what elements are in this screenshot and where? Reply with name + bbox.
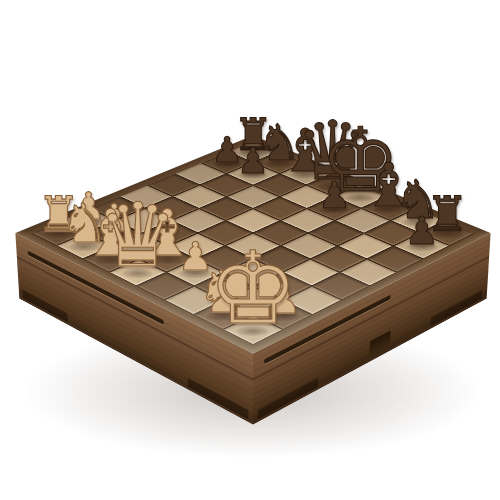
chess-set-photo: ♜♞♝♛♚♝♞♜♟♟♟♟♜♞♝♛♞♚♟♟♝♟♟ xyxy=(0,0,500,500)
square-e1[interactable] xyxy=(138,273,193,299)
square-g4[interactable] xyxy=(283,260,338,286)
square-f4[interactable] xyxy=(254,246,308,271)
square-d3[interactable] xyxy=(170,234,223,259)
square-h7[interactable] xyxy=(395,234,448,259)
chess-board-box xyxy=(15,135,490,353)
box-foot xyxy=(430,290,482,326)
square-g5[interactable] xyxy=(311,246,365,271)
square-d1[interactable] xyxy=(110,260,165,286)
square-h4[interactable] xyxy=(313,273,368,299)
square-g3[interactable] xyxy=(254,273,309,299)
square-e2[interactable] xyxy=(168,260,223,286)
square-d2[interactable] xyxy=(141,246,195,271)
square-c2[interactable] xyxy=(114,234,167,259)
square-e4[interactable] xyxy=(226,234,279,259)
square-h3[interactable] xyxy=(284,287,340,314)
square-h5[interactable] xyxy=(341,260,396,286)
square-h1[interactable] xyxy=(224,315,282,344)
box-foot xyxy=(188,378,248,420)
square-g1[interactable] xyxy=(195,301,252,329)
square-g2[interactable] xyxy=(225,287,281,314)
square-b1[interactable] xyxy=(58,234,111,259)
box-foot xyxy=(258,378,318,420)
square-f3[interactable] xyxy=(226,260,281,286)
scene xyxy=(0,0,500,500)
drawer-handle-notch[interactable] xyxy=(369,330,390,355)
square-c1[interactable] xyxy=(84,246,138,271)
square-f5[interactable] xyxy=(283,234,336,259)
square-f1[interactable] xyxy=(166,287,222,314)
square-h2[interactable] xyxy=(255,301,312,329)
square-h6[interactable] xyxy=(368,246,422,271)
square-e3[interactable] xyxy=(198,246,252,271)
box-foot xyxy=(22,289,67,322)
square-f2[interactable] xyxy=(196,273,251,299)
square-g6[interactable] xyxy=(339,234,392,259)
